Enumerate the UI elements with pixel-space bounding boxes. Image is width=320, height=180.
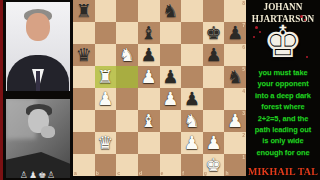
quote-line: path leading out [246,124,320,135]
quote-line: into a deep dark [246,90,320,101]
piece-white-pawn: ♟ [141,67,157,87]
square-b7[interactable] [95,22,117,44]
square-a3[interactable] [73,110,95,132]
rank-coordinate-label: 2 [242,132,245,138]
piece-black-king: ♚ [205,23,221,43]
square-h2[interactable]: 2 [224,132,246,154]
tal-photo: ♙♟♚♙ [6,99,70,178]
red-splatter-dot [259,31,261,33]
square-g3[interactable] [203,110,225,132]
square-b4[interactable]: ♟ [95,88,117,110]
piece-white-pawn: ♟ [162,89,178,109]
square-a4[interactable] [73,88,95,110]
player-name-top-line1: JOHANN [249,2,317,12]
piece-white-queen: ♛ [97,133,113,153]
square-f3[interactable]: ♞ [181,110,203,132]
square-e5[interactable]: ♟ [160,66,182,88]
rank-coordinate-label: 1 [242,154,245,160]
square-g1[interactable]: ♚g [203,154,225,176]
square-f8[interactable] [181,0,203,22]
square-h6[interactable]: 6 [224,44,246,66]
portrait-face [26,13,50,41]
square-e8[interactable]: ♞ [160,0,182,22]
red-splatter-dot [255,26,258,29]
square-b1[interactable]: b [95,154,117,176]
red-splatter-dot [306,56,308,58]
square-h7[interactable]: ♟7 [224,22,246,44]
square-b5[interactable]: ♜ [95,66,117,88]
square-d1[interactable]: d [138,154,160,176]
piece-black-pawn: ♟ [162,67,178,87]
piece-white-pawn: ♟ [97,89,113,109]
file-coordinate-label: e [161,170,164,176]
quote-line: is only wide [246,135,320,146]
piece-white-pawn: ♟ [205,133,221,153]
file-coordinate-label: b [96,170,99,176]
square-c5[interactable] [116,66,138,88]
square-b8[interactable] [95,0,117,22]
square-d6[interactable]: ♟ [138,44,160,66]
square-c7[interactable] [116,22,138,44]
piece-black-pawn: ♟ [205,45,221,65]
square-e4[interactable]: ♟ [160,88,182,110]
quote-line: forest where [246,101,320,112]
file-coordinate-label: g [204,170,207,176]
square-c1[interactable]: c [116,154,138,176]
square-c6[interactable]: ♞ [116,44,138,66]
square-d2[interactable] [138,132,160,154]
square-f1[interactable]: f [181,154,203,176]
rank-coordinate-label: 3 [242,110,245,116]
square-a5[interactable] [73,66,95,88]
square-a8[interactable]: ♜ [73,0,95,22]
chess-pieces-silhouette: ♙♟♚♙ [6,170,70,178]
red-splatter-dot [300,15,303,18]
square-d8[interactable] [138,0,160,22]
square-d3[interactable]: ♝ [138,110,160,132]
piece-white-pawn: ♟ [184,133,200,153]
square-f7[interactable] [181,22,203,44]
thumbnail-stage: ♙♟♚♙ ♜♞8♝♚♟7♛♞♟♟6♜♟♟♞5♟♟♟4♝♞♟3♛♟♟2abcdef… [0,0,320,180]
square-e1[interactable]: e [160,154,182,176]
square-b3[interactable] [95,110,117,132]
file-coordinate-label: a [74,170,77,176]
rank-coordinate-label: 7 [242,22,245,28]
piece-black-knight: ♞ [162,1,178,21]
square-g4[interactable] [203,88,225,110]
file-coordinate-label: d [139,170,142,176]
square-a2[interactable] [73,132,95,154]
square-b6[interactable] [95,44,117,66]
rank-coordinate-label: 5 [242,66,245,72]
white-king-icon: ♚ [246,17,320,67]
file-coordinate-label: c [117,170,120,176]
red-splatter-dot [253,36,255,38]
portrait-hand [41,126,55,138]
piece-black-pawn: ♟ [141,45,157,65]
piece-black-rook: ♜ [76,1,92,21]
square-e6[interactable] [160,44,182,66]
square-h5[interactable]: ♞5 [224,66,246,88]
square-c3[interactable] [116,110,138,132]
square-h3[interactable]: ♟3 [224,110,246,132]
square-g2[interactable]: ♟ [203,132,225,154]
piece-white-rook: ♜ [97,67,113,87]
square-a7[interactable] [73,22,95,44]
right-text-panel: JOHANN HJARTARSON ♚ you must take your o… [246,0,320,180]
quote-line: enough for one [246,147,320,158]
piece-white-knight: ♞ [119,45,135,65]
piece-white-king: ♚ [205,155,221,175]
rank-coordinate-label: 6 [242,44,245,50]
portrait-tie [36,71,40,91]
piece-black-pawn: ♟ [227,23,243,43]
hjartarson-photo [6,2,70,91]
square-d7[interactable]: ♝ [138,22,160,44]
square-f5[interactable] [181,66,203,88]
file-coordinate-label: f [182,170,184,176]
square-c8[interactable] [116,0,138,22]
square-d4[interactable] [138,88,160,110]
square-f4[interactable]: ♟ [181,88,203,110]
file-coordinate-label: h [225,170,228,176]
quote-line: your opponent [246,78,320,89]
square-g8[interactable] [203,0,225,22]
square-a6[interactable]: ♛ [73,44,95,66]
rank-coordinate-label: 4 [242,88,245,94]
square-h8[interactable]: 8 [224,0,246,22]
square-g7[interactable]: ♚ [203,22,225,44]
rank-coordinate-label: 8 [242,0,245,6]
square-f6[interactable] [181,44,203,66]
quote-line: you must take [246,67,320,78]
piece-black-knight: ♞ [227,67,243,87]
chess-board: ♜♞8♝♚♟7♛♞♟♟6♜♟♟♞5♟♟♟4♝♞♟3♛♟♟2abcdef♚gh1 [73,0,246,176]
piece-white-bishop: ♝ [141,111,157,131]
piece-white-knight: ♞ [184,111,200,131]
square-c2[interactable] [116,132,138,154]
square-h4[interactable]: 4 [224,88,246,110]
square-h1[interactable]: h1 [224,154,246,176]
player-name-bottom: MIKHAIL TAL [248,166,318,177]
left-red-stripe [0,0,3,180]
tal-quote: you must take your opponent into a deep … [246,67,320,158]
square-e3[interactable] [160,110,182,132]
square-d5[interactable]: ♟ [138,66,160,88]
piece-black-queen: ♛ [76,45,92,65]
piece-black-bishop: ♝ [141,23,157,43]
square-g5[interactable] [203,66,225,88]
square-a1[interactable]: a [73,154,95,176]
square-b2[interactable]: ♛ [95,132,117,154]
red-splatter-dot [304,19,306,21]
square-e2[interactable] [160,132,182,154]
square-g6[interactable]: ♟ [203,44,225,66]
piece-black-pawn: ♟ [184,89,200,109]
piece-white-pawn: ♟ [227,111,243,131]
square-f2[interactable]: ♟ [181,132,203,154]
square-e7[interactable] [160,22,182,44]
square-c4[interactable] [116,88,138,110]
quote-line: 2+2=5, and the [246,113,320,124]
